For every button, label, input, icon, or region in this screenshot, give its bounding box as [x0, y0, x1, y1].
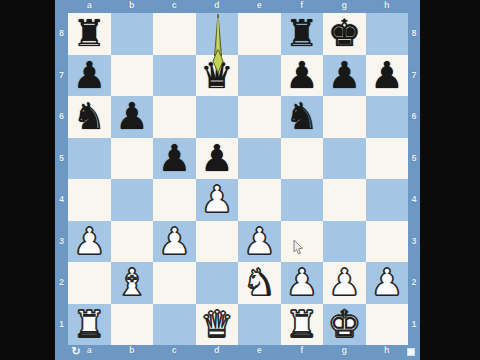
piece-black-pawn-h7[interactable]: ♟ — [366, 55, 409, 97]
square-e3[interactable]: ♟ — [238, 221, 281, 263]
file-label-e: e — [238, 1, 281, 13]
square-e1[interactable] — [238, 304, 281, 346]
square-c5[interactable]: ♟ — [153, 138, 196, 180]
piece-black-rook-f8[interactable]: ♜ — [281, 13, 324, 55]
square-g8[interactable]: ♚ — [323, 13, 366, 55]
file-label-a: a — [68, 1, 111, 13]
square-b4[interactable] — [111, 179, 154, 221]
file-label-c: c — [153, 1, 196, 13]
file-label-g: g — [323, 1, 366, 13]
square-f1[interactable]: ♜ — [281, 304, 324, 346]
rank-label-1: 1 — [408, 304, 420, 346]
flip-board-icon[interactable]: ↻ — [69, 344, 83, 358]
square-f4[interactable] — [281, 179, 324, 221]
file-label-e: e — [238, 346, 281, 359]
square-h8[interactable] — [366, 13, 409, 55]
rank-label-5: 5 — [408, 138, 420, 180]
piece-black-pawn-a7[interactable]: ♟ — [68, 55, 111, 97]
piece-white-queen-d1[interactable]: ♛ — [196, 304, 239, 346]
square-g5[interactable] — [323, 138, 366, 180]
rank-label-7: 7 — [55, 55, 68, 97]
piece-black-king-g8[interactable]: ♚ — [323, 13, 366, 55]
rank-label-6: 6 — [55, 96, 68, 138]
square-h6[interactable] — [366, 96, 409, 138]
square-d7[interactable]: ♛ — [196, 55, 239, 97]
square-e5[interactable] — [238, 138, 281, 180]
square-b5[interactable] — [111, 138, 154, 180]
square-c6[interactable] — [153, 96, 196, 138]
square-h4[interactable] — [366, 179, 409, 221]
piece-black-knight-a6[interactable]: ♞ — [68, 96, 111, 138]
square-f5[interactable] — [281, 138, 324, 180]
file-label-f: f — [281, 1, 324, 13]
square-h3[interactable] — [366, 221, 409, 263]
rank-label-4: 4 — [408, 179, 420, 221]
piece-black-rook-a8[interactable]: ♜ — [68, 13, 111, 55]
square-b2[interactable]: ♝ — [111, 262, 154, 304]
resize-handle-icon[interactable] — [407, 348, 415, 356]
square-f8[interactable]: ♜ — [281, 13, 324, 55]
file-label-h: h — [366, 346, 409, 359]
square-b7[interactable] — [111, 55, 154, 97]
square-h2[interactable]: ♟ — [366, 262, 409, 304]
rank-label-2: 2 — [55, 262, 68, 304]
square-g7[interactable]: ♟ — [323, 55, 366, 97]
piece-white-pawn-c3[interactable]: ♟ — [153, 221, 196, 263]
rank-label-3: 3 — [408, 221, 420, 263]
square-a7[interactable]: ♟ — [68, 55, 111, 97]
square-c1[interactable] — [153, 304, 196, 346]
file-label-h: h — [366, 1, 409, 13]
square-d8[interactable] — [196, 13, 239, 55]
square-g4[interactable] — [323, 179, 366, 221]
piece-white-king-g1[interactable]: ♚ — [323, 304, 366, 346]
square-b6[interactable]: ♟ — [111, 96, 154, 138]
square-e8[interactable] — [238, 13, 281, 55]
file-label-d: d — [196, 1, 239, 13]
file-label-c: c — [153, 346, 196, 359]
rank-labels-right: 87654321 — [408, 13, 420, 345]
file-labels-top: abcdefgh — [68, 1, 408, 13]
file-label-d: d — [196, 346, 239, 359]
square-c4[interactable] — [153, 179, 196, 221]
square-g3[interactable] — [323, 221, 366, 263]
piece-black-pawn-f7[interactable]: ♟ — [281, 55, 324, 97]
rank-label-5: 5 — [55, 138, 68, 180]
piece-white-pawn-e3[interactable]: ♟ — [238, 221, 281, 263]
square-g6[interactable] — [323, 96, 366, 138]
square-e4[interactable] — [238, 179, 281, 221]
square-d4[interactable]: ♟ — [196, 179, 239, 221]
piece-white-rook-a1[interactable]: ♜ — [68, 304, 111, 346]
square-a8[interactable]: ♜ — [68, 13, 111, 55]
piece-white-pawn-h2[interactable]: ♟ — [366, 262, 409, 304]
piece-black-queen-d7[interactable]: ♛ — [196, 55, 239, 97]
piece-white-pawn-d4[interactable]: ♟ — [196, 179, 239, 221]
square-a1[interactable]: ♜ — [68, 304, 111, 346]
square-h5[interactable] — [366, 138, 409, 180]
square-d3[interactable] — [196, 221, 239, 263]
piece-white-rook-f1[interactable]: ♜ — [281, 304, 324, 346]
rank-label-8: 8 — [408, 13, 420, 55]
square-c8[interactable] — [153, 13, 196, 55]
piece-white-bishop-b2[interactable]: ♝ — [111, 262, 154, 304]
square-f3[interactable] — [281, 221, 324, 263]
square-g2[interactable]: ♟ — [323, 262, 366, 304]
square-e6[interactable] — [238, 96, 281, 138]
letterbox-left — [0, 0, 55, 360]
rank-label-6: 6 — [408, 96, 420, 138]
file-label-f: f — [281, 346, 324, 359]
piece-white-pawn-f2[interactable]: ♟ — [281, 262, 324, 304]
rank-label-3: 3 — [55, 221, 68, 263]
square-d1[interactable]: ♛ — [196, 304, 239, 346]
square-f7[interactable]: ♟ — [281, 55, 324, 97]
piece-white-pawn-a3[interactable]: ♟ — [68, 221, 111, 263]
square-e2[interactable]: ♞ — [238, 262, 281, 304]
square-e7[interactable] — [238, 55, 281, 97]
file-label-b: b — [111, 1, 154, 13]
square-c7[interactable] — [153, 55, 196, 97]
piece-white-pawn-g2[interactable]: ♟ — [323, 262, 366, 304]
square-b8[interactable] — [111, 13, 154, 55]
piece-black-pawn-g7[interactable]: ♟ — [323, 55, 366, 97]
letterbox-right — [420, 0, 480, 360]
rank-label-4: 4 — [55, 179, 68, 221]
square-f2[interactable]: ♟ — [281, 262, 324, 304]
square-c2[interactable] — [153, 262, 196, 304]
rank-label-2: 2 — [408, 262, 420, 304]
square-c3[interactable]: ♟ — [153, 221, 196, 263]
file-labels-bottom: abcdefgh — [68, 346, 408, 359]
piece-white-knight-e2[interactable]: ♞ — [238, 262, 281, 304]
square-b1[interactable] — [111, 304, 154, 346]
rank-label-1: 1 — [55, 304, 68, 346]
chess-board: abcdefgh abcdefgh 87654321 87654321 ♜♜♚♟… — [55, 0, 420, 360]
square-a3[interactable]: ♟ — [68, 221, 111, 263]
rank-label-8: 8 — [55, 13, 68, 55]
piece-black-pawn-c5[interactable]: ♟ — [153, 138, 196, 180]
rank-label-7: 7 — [408, 55, 420, 97]
square-d5[interactable]: ♟ — [196, 138, 239, 180]
square-d2[interactable] — [196, 262, 239, 304]
file-label-g: g — [323, 346, 366, 359]
square-d6[interactable] — [196, 96, 239, 138]
file-label-b: b — [111, 346, 154, 359]
square-h1[interactable] — [366, 304, 409, 346]
square-a2[interactable] — [68, 262, 111, 304]
square-a4[interactable] — [68, 179, 111, 221]
square-b3[interactable] — [111, 221, 154, 263]
square-a6[interactable]: ♞ — [68, 96, 111, 138]
piece-black-pawn-d5[interactable]: ♟ — [196, 138, 239, 180]
board-squares: ♜♜♚♟♛♟♟♟♞♟♞♟♟♟♟♟♟♝♞♟♟♟♜♛♜♚ — [68, 13, 408, 345]
square-h7[interactable]: ♟ — [366, 55, 409, 97]
piece-black-knight-f6[interactable]: ♞ — [281, 96, 324, 138]
rank-labels-left: 87654321 — [55, 13, 68, 345]
piece-black-pawn-b6[interactable]: ♟ — [111, 96, 154, 138]
square-g1[interactable]: ♚ — [323, 304, 366, 346]
square-f6[interactable]: ♞ — [281, 96, 324, 138]
square-a5[interactable] — [68, 138, 111, 180]
